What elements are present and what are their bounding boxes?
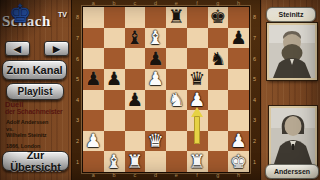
anderssen-portrait — [269, 106, 317, 166]
square-d5: ♟ — [145, 69, 166, 90]
white-pawn-f4: ♟ — [189, 90, 206, 110]
square-h1: ♚ — [228, 151, 249, 172]
square-d4 — [145, 90, 166, 111]
square-g2 — [208, 131, 229, 152]
file-label-a: a — [83, 172, 104, 180]
white-queen-d2: ♛ — [147, 131, 164, 151]
file-label-h: h — [228, 0, 249, 7]
rank-label-2: 2 — [249, 131, 260, 152]
square-c6 — [125, 48, 146, 69]
file-label-b: b — [104, 172, 125, 180]
square-a4 — [83, 90, 104, 111]
square-c8 — [125, 7, 146, 28]
rank-label-8: 8 — [72, 7, 83, 28]
black-pawn-h7: ♟ — [230, 28, 247, 48]
video-frame: ♚ Schach TV ◀ ▶ Zum Kanal Playlist Duell… — [0, 0, 320, 180]
square-f8 — [187, 7, 208, 28]
square-d1 — [145, 151, 166, 172]
chess-king-logo-icon: ♚ — [9, 1, 31, 27]
square-g8: ♚ — [208, 7, 229, 28]
file-label-d: d — [145, 0, 166, 7]
square-c4: ♟ — [125, 90, 146, 111]
rank-label-3: 3 — [249, 110, 260, 131]
square-f1: ♜ — [187, 151, 208, 172]
series-title-line2: der Schachmeister — [5, 108, 62, 115]
rank-label-1: 1 — [249, 151, 260, 172]
white-bishop-d7: ♝ — [147, 28, 164, 48]
white-rook-f1: ♜ — [189, 152, 206, 172]
square-h2: ♟ — [228, 131, 249, 152]
left-arrow-icon: ◀ — [14, 43, 21, 53]
square-d8 — [145, 7, 166, 28]
square-a8 — [83, 7, 104, 28]
square-a6 — [83, 48, 104, 69]
chess-board-frame: abcdefgh abcdefgh 87654321 87654321 ♜♚♝♝… — [71, 0, 261, 180]
file-label-b: b — [104, 0, 125, 7]
rank-label-3: 3 — [72, 110, 83, 131]
square-a2: ♟ — [83, 131, 104, 152]
black-pawn-b5: ♟ — [106, 69, 123, 89]
white-pawn-h2: ♟ — [230, 131, 247, 151]
square-g1 — [208, 151, 229, 172]
black-queen-f5: ♛ — [189, 69, 206, 89]
black-bishop-c7: ♝ — [127, 28, 144, 48]
black-knight-g6: ♞ — [210, 49, 227, 69]
square-h7: ♟ — [228, 28, 249, 49]
black-rook-e8: ♜ — [168, 7, 185, 27]
zum-kanal-button[interactable]: Zum Kanal — [2, 60, 67, 80]
file-labels-bottom: abcdefgh — [83, 172, 249, 180]
white-pawn-d5: ♟ — [147, 69, 164, 89]
square-b8 — [104, 7, 125, 28]
file-label-e: e — [166, 172, 187, 180]
file-label-d: d — [145, 172, 166, 180]
rank-label-7: 7 — [72, 28, 83, 49]
event-label: 1866, London — [6, 143, 40, 149]
rank-label-4: 4 — [249, 90, 260, 111]
square-g4 — [208, 90, 229, 111]
file-label-a: a — [83, 0, 104, 7]
square-g5 — [208, 69, 229, 90]
rank-labels-left: 87654321 — [72, 7, 83, 172]
square-h6 — [228, 48, 249, 69]
square-c5 — [125, 69, 146, 90]
file-label-c: c — [125, 172, 146, 180]
square-e5 — [166, 69, 187, 90]
rank-label-6: 6 — [72, 48, 83, 69]
square-e6 — [166, 48, 187, 69]
square-f5: ♛ — [187, 69, 208, 90]
square-h8 — [228, 7, 249, 28]
file-label-f: f — [187, 172, 208, 180]
black-pawn-d6: ♟ — [147, 49, 164, 69]
square-e7 — [166, 28, 187, 49]
square-f2 — [187, 131, 208, 152]
rank-label-1: 1 — [72, 151, 83, 172]
square-f3 — [187, 110, 208, 131]
white-rook-c1: ♜ — [127, 152, 144, 172]
square-c7: ♝ — [125, 28, 146, 49]
rank-label-4: 4 — [72, 90, 83, 111]
square-g7 — [208, 28, 229, 49]
square-e8: ♜ — [166, 7, 187, 28]
square-d7: ♝ — [145, 28, 166, 49]
square-e4: ♞ — [166, 90, 187, 111]
square-a1 — [83, 151, 104, 172]
square-g6: ♞ — [208, 48, 229, 69]
square-b5: ♟ — [104, 69, 125, 90]
square-b3 — [104, 110, 125, 131]
white-pawn-a2: ♟ — [85, 131, 102, 151]
rank-label-8: 8 — [249, 7, 260, 28]
rank-label-6: 6 — [249, 48, 260, 69]
steinitz-portrait — [267, 23, 317, 80]
playlist-button[interactable]: Playlist — [6, 83, 64, 100]
rank-label-5: 5 — [72, 69, 83, 90]
square-f6 — [187, 48, 208, 69]
rank-label-5: 5 — [249, 69, 260, 90]
bottom-player-badge: Anderssen — [265, 164, 319, 179]
square-f7 — [187, 28, 208, 49]
square-d2: ♛ — [145, 131, 166, 152]
square-h3 — [228, 110, 249, 131]
black-king-g8: ♚ — [210, 7, 227, 27]
player-name-black: Wilhelm Steinitz — [6, 132, 47, 138]
top-player-badge: Steinitz — [266, 7, 316, 22]
square-a3 — [83, 110, 104, 131]
prev-button[interactable]: ◀ — [5, 41, 30, 56]
square-f4: ♟ — [187, 90, 208, 111]
square-e3 — [166, 110, 187, 131]
board-grid: ♜♚♝♝♟♟♞♟♟♟♛♟♞♟♟♛♟♝♜♜♚ — [83, 7, 249, 172]
square-h5 — [228, 69, 249, 90]
right-arrow-icon: ▶ — [53, 43, 60, 53]
square-b6 — [104, 48, 125, 69]
next-button[interactable]: ▶ — [44, 41, 69, 56]
file-label-h: h — [228, 172, 249, 180]
square-b7 — [104, 28, 125, 49]
file-label-c: c — [125, 0, 146, 7]
player-name-white: Adolf Anderssen — [6, 119, 48, 125]
file-label-g: g — [208, 172, 229, 180]
square-e2 — [166, 131, 187, 152]
square-g3 — [208, 110, 229, 131]
square-d3 — [145, 110, 166, 131]
square-d6: ♟ — [145, 48, 166, 69]
rank-labels-right: 87654321 — [249, 7, 260, 172]
square-e1 — [166, 151, 187, 172]
square-b4 — [104, 90, 125, 111]
white-bishop-b1: ♝ — [106, 152, 123, 172]
square-b1: ♝ — [104, 151, 125, 172]
square-b2 — [104, 131, 125, 152]
file-label-f: f — [187, 0, 208, 7]
white-knight-e4: ♞ — [168, 90, 185, 110]
chess-board: ♜♚♝♝♟♟♞♟♟♟♛♟♞♟♟♛♟♝♜♜♚ — [83, 7, 249, 172]
square-c1: ♜ — [125, 151, 146, 172]
zur-uebersicht-button[interactable]: Zur Übersicht — [2, 151, 69, 171]
logo-superscript: TV — [58, 11, 67, 18]
square-a7 — [83, 28, 104, 49]
square-c3 — [125, 110, 146, 131]
square-c2 — [125, 131, 146, 152]
square-a5: ♟ — [83, 69, 104, 90]
black-pawn-c4: ♟ — [127, 90, 144, 110]
square-h4 — [228, 90, 249, 111]
white-king-h1: ♚ — [230, 152, 247, 172]
rank-label-2: 2 — [72, 131, 83, 152]
black-pawn-a5: ♟ — [85, 69, 102, 89]
rank-label-7: 7 — [249, 28, 260, 49]
